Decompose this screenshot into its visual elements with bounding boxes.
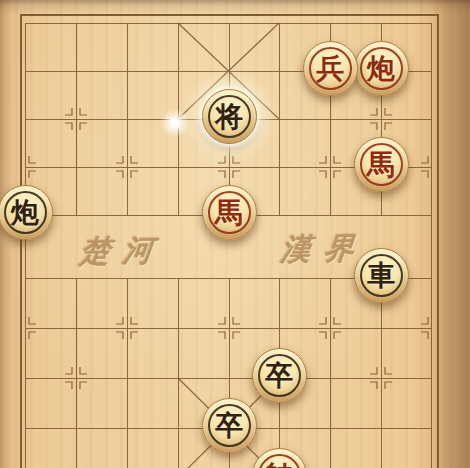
- board-cell: [25, 119, 76, 167]
- board-cell: [25, 71, 76, 119]
- xiangqi-board[interactable]: 楚河 漢界 兵炮将馬炮馬車卒卒帥: [0, 0, 470, 468]
- piece-glyph: 馬: [203, 186, 256, 241]
- board-cell: [25, 278, 76, 328]
- piece-red-horse-2[interactable]: 馬: [202, 185, 257, 240]
- piece-glyph: 炮: [355, 42, 408, 97]
- board-cell: [127, 167, 178, 215]
- board-cell: [279, 278, 330, 328]
- board-cell: [178, 23, 229, 71]
- piece-red-soldier[interactable]: 兵: [303, 41, 358, 96]
- board-cell: [381, 328, 432, 378]
- board-cell: [229, 23, 280, 71]
- piece-glyph: 卒: [253, 349, 306, 404]
- piece-glyph: 帥: [253, 449, 306, 468]
- board-cell: [76, 71, 127, 119]
- board-cell: [25, 23, 76, 71]
- board-cell: [76, 278, 127, 328]
- piece-black-chariot[interactable]: 車: [354, 248, 409, 303]
- board-cell: [279, 119, 330, 167]
- piece-glyph: 卒: [203, 399, 256, 454]
- board-cell: [25, 328, 76, 378]
- board-cell: [229, 278, 280, 328]
- board-cell: [127, 328, 178, 378]
- board-cell: [25, 378, 76, 428]
- board-cell: [127, 23, 178, 71]
- board-cell: [76, 119, 127, 167]
- piece-glyph: 車: [355, 249, 408, 304]
- piece-glyph: 将: [203, 90, 256, 145]
- piece-glyph: 馬: [355, 138, 408, 193]
- piece-glyph: 炮: [0, 186, 52, 241]
- board-cell: [76, 428, 127, 468]
- board-cell: [330, 328, 381, 378]
- piece-red-cannon[interactable]: 炮: [354, 41, 409, 96]
- board-cell: [178, 328, 229, 378]
- piece-black-cannon[interactable]: 炮: [0, 185, 53, 240]
- board-cell: [25, 428, 76, 468]
- piece-black-soldier-2[interactable]: 卒: [202, 398, 257, 453]
- river-label-left: 楚河: [78, 230, 168, 272]
- board-cell: [381, 378, 432, 428]
- board-cell: [76, 328, 127, 378]
- board-cell: [279, 167, 330, 215]
- board-cell: [76, 167, 127, 215]
- board-cell: [330, 378, 381, 428]
- board-cell: [178, 278, 229, 328]
- piece-red-general[interactable]: 帥: [252, 448, 307, 468]
- board-cell: [76, 23, 127, 71]
- board-cell: [127, 278, 178, 328]
- board-cell: [76, 378, 127, 428]
- board-cell: [330, 428, 381, 468]
- piece-red-horse-1[interactable]: 馬: [354, 137, 409, 192]
- piece-black-soldier-1[interactable]: 卒: [252, 348, 307, 403]
- board-cell: [127, 378, 178, 428]
- piece-glyph: 兵: [304, 42, 357, 97]
- board-cell: [381, 428, 432, 468]
- piece-black-general[interactable]: 将: [202, 89, 257, 144]
- board-cell: [127, 428, 178, 468]
